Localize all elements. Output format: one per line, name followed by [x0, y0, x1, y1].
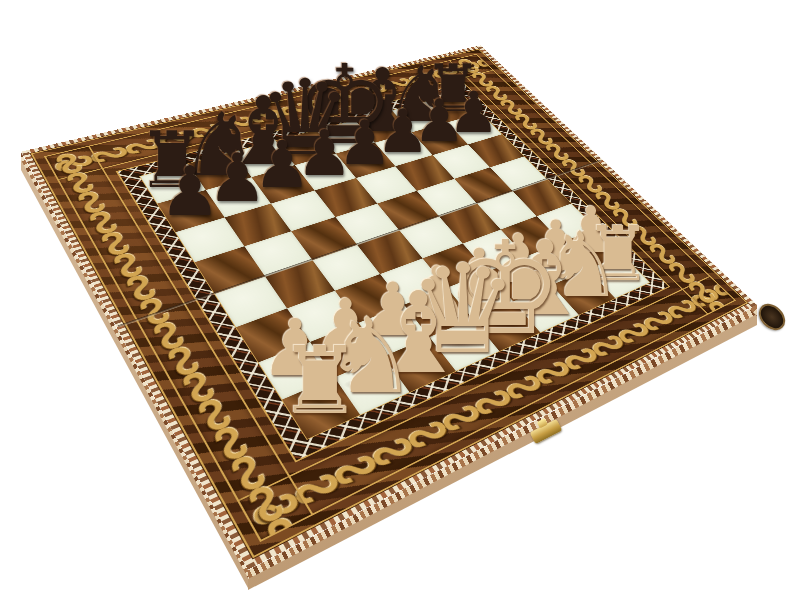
- rook-glyph: ♜: [278, 334, 362, 427]
- pawn-glyph: ♟: [159, 157, 220, 226]
- chess-set-photo: ∾∾∾∾∾∾∾∾∾∾∾∾∾∾∾∾∾∾ ∾∾∾∾∾∾∾∾∾∾∾∾∾∾∾∾∾∾ ∾∾…: [0, 0, 800, 600]
- pieces-layer: ♜♞♝♛♚♝♞♜♟♟♟♟♟♟♟♟♟♟♟♟♟♟♟♟♜♞♝♛♚♝♞♜: [0, 0, 800, 600]
- piece-white-rook-a1[interactable]: ♜: [278, 334, 362, 427]
- piece-black-pawn-a7[interactable]: ♟: [159, 157, 220, 226]
